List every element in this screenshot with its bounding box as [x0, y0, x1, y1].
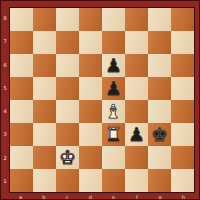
chess-board-window: 87654321 ♟♟♝♜♟♚♚ abcdefgh: [0, 0, 200, 200]
square-b5[interactable]: [33, 77, 56, 100]
square-h8[interactable]: [171, 8, 194, 31]
square-c3[interactable]: [56, 123, 79, 146]
square-g8[interactable]: [148, 8, 171, 31]
square-c8[interactable]: [56, 8, 79, 31]
file-label-b: b: [32, 193, 55, 200]
square-f7[interactable]: [125, 31, 148, 54]
square-d1[interactable]: [79, 169, 102, 192]
file-labels: abcdefgh: [9, 193, 195, 200]
square-g4[interactable]: [148, 100, 171, 123]
square-b6[interactable]: [33, 54, 56, 77]
square-a8[interactable]: [10, 8, 33, 31]
square-g2[interactable]: [148, 146, 171, 169]
square-h4[interactable]: [171, 100, 194, 123]
square-b3[interactable]: [33, 123, 56, 146]
square-g6[interactable]: [148, 54, 171, 77]
square-e6[interactable]: ♟: [102, 54, 125, 77]
square-g7[interactable]: [148, 31, 171, 54]
square-f6[interactable]: [125, 54, 148, 77]
square-b7[interactable]: [33, 31, 56, 54]
square-c7[interactable]: [56, 31, 79, 54]
square-a7[interactable]: [10, 31, 33, 54]
rank-label-2: 2: [1, 147, 9, 170]
white-king-c2[interactable]: ♚: [56, 146, 79, 169]
square-g3[interactable]: ♚: [148, 123, 171, 146]
square-f3[interactable]: ♟: [125, 123, 148, 146]
square-f1[interactable]: [125, 169, 148, 192]
rank-labels: 87654321: [1, 7, 9, 193]
square-h6[interactable]: [171, 54, 194, 77]
rank-label-8: 8: [1, 7, 9, 30]
white-rook-e3[interactable]: ♜: [102, 123, 125, 146]
square-e5[interactable]: ♟: [102, 77, 125, 100]
square-c1[interactable]: [56, 169, 79, 192]
square-f4[interactable]: [125, 100, 148, 123]
square-c6[interactable]: [56, 54, 79, 77]
file-label-d: d: [79, 193, 102, 200]
square-d4[interactable]: [79, 100, 102, 123]
square-h5[interactable]: [171, 77, 194, 100]
chess-board[interactable]: ♟♟♝♜♟♚♚: [9, 7, 195, 193]
square-b4[interactable]: [33, 100, 56, 123]
file-label-a: a: [9, 193, 32, 200]
square-b1[interactable]: [33, 169, 56, 192]
square-h3[interactable]: [171, 123, 194, 146]
rank-label-1: 1: [1, 170, 9, 193]
rank-label-4: 4: [1, 100, 9, 123]
file-label-e: e: [102, 193, 125, 200]
square-d2[interactable]: [79, 146, 102, 169]
square-a3[interactable]: [10, 123, 33, 146]
rank-label-6: 6: [1, 54, 9, 77]
square-d6[interactable]: [79, 54, 102, 77]
black-king-g3[interactable]: ♚: [148, 123, 171, 146]
square-f8[interactable]: [125, 8, 148, 31]
square-d5[interactable]: [79, 77, 102, 100]
white-bishop-e4[interactable]: ♝: [102, 100, 125, 123]
square-b8[interactable]: [33, 8, 56, 31]
file-label-h: h: [172, 193, 195, 200]
rank-label-5: 5: [1, 77, 9, 100]
black-pawn-e6[interactable]: ♟: [102, 54, 125, 77]
square-b2[interactable]: [33, 146, 56, 169]
square-e1[interactable]: [102, 169, 125, 192]
file-label-f: f: [125, 193, 148, 200]
black-pawn-e5[interactable]: ♟: [102, 77, 125, 100]
square-e7[interactable]: [102, 31, 125, 54]
square-a2[interactable]: [10, 146, 33, 169]
square-a6[interactable]: [10, 54, 33, 77]
square-h7[interactable]: [171, 31, 194, 54]
square-e3[interactable]: ♜: [102, 123, 125, 146]
square-e4[interactable]: ♝: [102, 100, 125, 123]
square-d8[interactable]: [79, 8, 102, 31]
rank-label-3: 3: [1, 123, 9, 146]
square-f2[interactable]: [125, 146, 148, 169]
square-g1[interactable]: [148, 169, 171, 192]
black-pawn-f3[interactable]: ♟: [125, 123, 148, 146]
square-h2[interactable]: [171, 146, 194, 169]
square-a1[interactable]: [10, 169, 33, 192]
square-d3[interactable]: [79, 123, 102, 146]
square-a4[interactable]: [10, 100, 33, 123]
file-label-g: g: [149, 193, 172, 200]
square-a5[interactable]: [10, 77, 33, 100]
square-h1[interactable]: [171, 169, 194, 192]
square-f5[interactable]: [125, 77, 148, 100]
square-e8[interactable]: [102, 8, 125, 31]
square-g5[interactable]: [148, 77, 171, 100]
square-c4[interactable]: [56, 100, 79, 123]
square-d7[interactable]: [79, 31, 102, 54]
square-e2[interactable]: [102, 146, 125, 169]
file-label-c: c: [56, 193, 79, 200]
square-c2[interactable]: ♚: [56, 146, 79, 169]
rank-label-7: 7: [1, 30, 9, 53]
square-c5[interactable]: [56, 77, 79, 100]
